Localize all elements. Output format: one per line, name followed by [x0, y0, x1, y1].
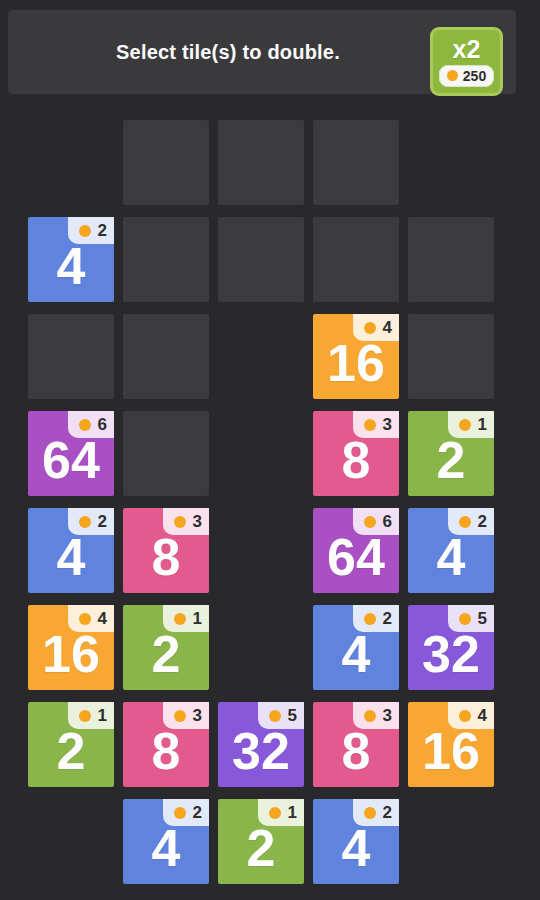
tile-value: 2 [152, 628, 181, 680]
tile-value: 8 [152, 725, 181, 777]
tile-value: 8 [342, 725, 371, 777]
board-gap [408, 120, 494, 205]
board-gap [408, 799, 494, 884]
coin-icon [364, 516, 376, 528]
empty-slot [218, 217, 304, 302]
instruction-bar: Select tile(s) to double. x2 250 [8, 10, 516, 94]
coin-icon [459, 419, 471, 431]
board-gap [28, 120, 114, 205]
tile-value: 4 [57, 531, 86, 583]
board-gap [218, 411, 304, 496]
tile-value: 2 [247, 822, 276, 874]
tile-badge-count: 3 [383, 707, 392, 724]
tile-value: 2 [437, 434, 466, 486]
tile-4[interactable]: 24 [123, 799, 209, 884]
tile-value: 4 [342, 628, 371, 680]
tile-32[interactable]: 532 [408, 605, 494, 690]
empty-slot [123, 217, 209, 302]
empty-slot [28, 314, 114, 399]
coin-icon [79, 516, 91, 528]
tile-2[interactable]: 12 [123, 605, 209, 690]
coin-icon [364, 710, 376, 722]
tile-value: 4 [342, 822, 371, 874]
tile-badge-count: 1 [478, 416, 487, 433]
coin-icon [364, 613, 376, 625]
tile-value: 8 [342, 434, 371, 486]
coin-icon [364, 807, 376, 819]
tile-badge-count: 1 [193, 610, 202, 627]
coin-icon [174, 516, 186, 528]
tile-badge-count: 3 [383, 416, 392, 433]
coin-icon [459, 613, 471, 625]
tile-4[interactable]: 24 [28, 508, 114, 593]
x2-booster-button[interactable]: x2 250 [430, 27, 503, 96]
tile-badge-count: 3 [193, 707, 202, 724]
coin-icon [447, 70, 458, 81]
tile-8[interactable]: 38 [123, 508, 209, 593]
tile-2[interactable]: 12 [218, 799, 304, 884]
tile-value: 4 [57, 240, 86, 292]
tile-value: 64 [327, 531, 385, 583]
tile-4[interactable]: 24 [408, 508, 494, 593]
tile-badge-count: 2 [383, 610, 392, 627]
board-gap [28, 799, 114, 884]
tile-badge-count: 3 [193, 513, 202, 530]
tile-value: 64 [42, 434, 100, 486]
empty-slot [408, 314, 494, 399]
empty-slot [218, 120, 304, 205]
coin-icon [174, 613, 186, 625]
booster-cost-value: 250 [463, 68, 486, 84]
empty-slot [123, 120, 209, 205]
tile-badge-count: 2 [193, 804, 202, 821]
empty-slot [313, 120, 399, 205]
tile-16[interactable]: 416 [408, 702, 494, 787]
tile-16[interactable]: 416 [28, 605, 114, 690]
tile-64[interactable]: 664 [313, 508, 399, 593]
tile-8[interactable]: 38 [313, 411, 399, 496]
board-gap [218, 508, 304, 593]
tile-value: 8 [152, 531, 181, 583]
empty-slot [313, 217, 399, 302]
x2-label: x2 [453, 37, 481, 62]
tile-value: 32 [422, 628, 480, 680]
tile-badge-count: 2 [383, 804, 392, 821]
tile-value: 16 [327, 337, 385, 389]
coin-icon [79, 225, 91, 237]
tile-8[interactable]: 38 [123, 702, 209, 787]
booster-cost-pill: 250 [439, 65, 494, 87]
instruction-text: Select tile(s) to double. [8, 10, 448, 94]
empty-slot [123, 314, 209, 399]
tile-32[interactable]: 532 [218, 702, 304, 787]
tile-2[interactable]: 12 [408, 411, 494, 496]
coin-icon [459, 710, 471, 722]
tile-badge-count: 2 [478, 513, 487, 530]
coin-icon [174, 710, 186, 722]
tile-badge-count: 2 [98, 513, 107, 530]
empty-slot [408, 217, 494, 302]
tile-badge-count: 2 [98, 222, 107, 239]
tile-4[interactable]: 24 [313, 799, 399, 884]
tile-4[interactable]: 24 [28, 217, 114, 302]
coin-icon [364, 419, 376, 431]
board: 2441666438122438664244161224532123853238… [28, 120, 494, 884]
board-gap [218, 314, 304, 399]
tile-value: 4 [152, 822, 181, 874]
coin-icon [79, 710, 91, 722]
tile-64[interactable]: 664 [28, 411, 114, 496]
tile-value: 16 [42, 628, 100, 680]
tile-value: 2 [57, 725, 86, 777]
tile-value: 32 [232, 725, 290, 777]
coin-icon [269, 710, 281, 722]
coin-icon [79, 419, 91, 431]
tile-8[interactable]: 38 [313, 702, 399, 787]
tile-4[interactable]: 24 [313, 605, 399, 690]
board-gap [218, 605, 304, 690]
coin-icon [269, 807, 281, 819]
coin-icon [79, 613, 91, 625]
coin-icon [174, 807, 186, 819]
coin-icon [364, 322, 376, 334]
tile-16[interactable]: 416 [313, 314, 399, 399]
empty-slot [123, 411, 209, 496]
tile-value: 4 [437, 531, 466, 583]
tile-2[interactable]: 12 [28, 702, 114, 787]
tile-badge-count: 1 [288, 804, 297, 821]
tile-badge-count: 1 [98, 707, 107, 724]
coin-icon [459, 516, 471, 528]
tile-value: 16 [422, 725, 480, 777]
